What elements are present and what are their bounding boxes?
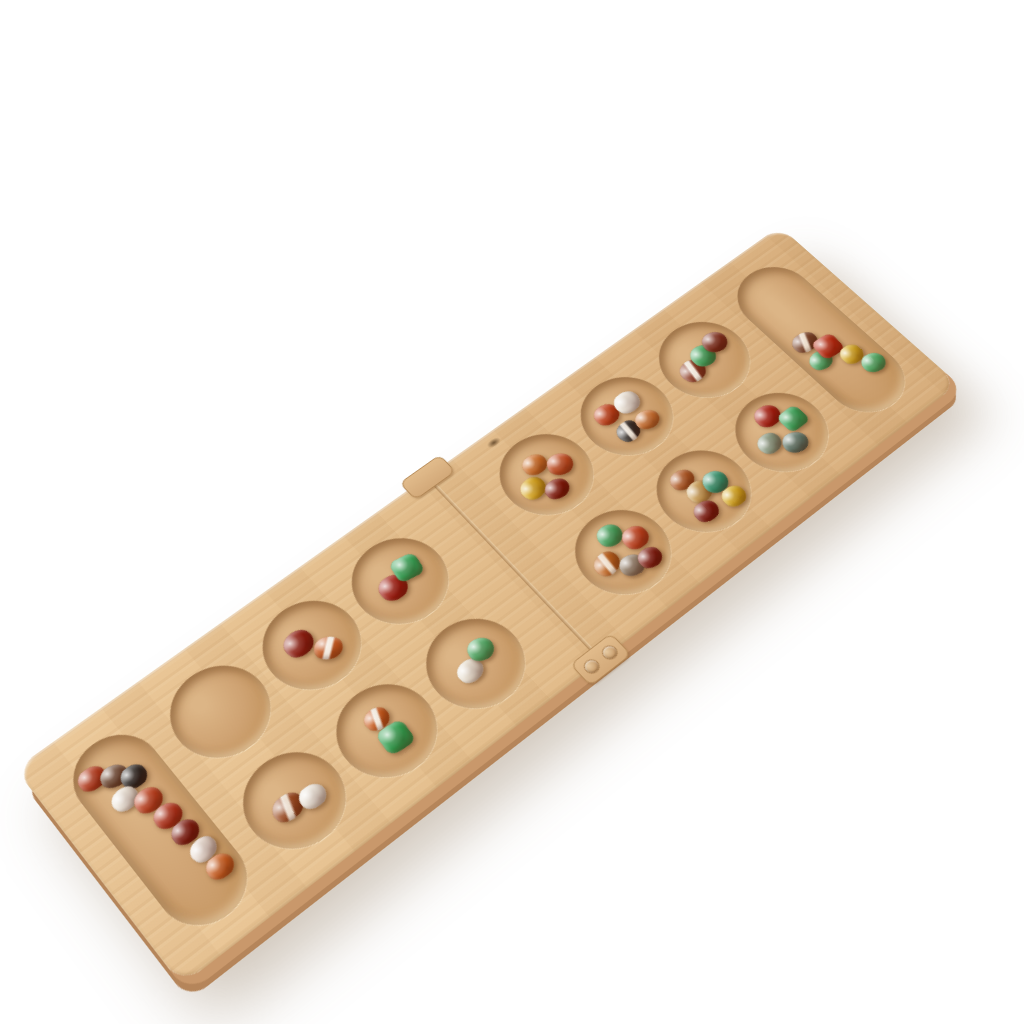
stone (543, 450, 578, 479)
board-perspective-wrap (15, 226, 958, 985)
hinge-peg (600, 644, 619, 661)
stone (778, 428, 813, 456)
hinge-tab-near (570, 633, 632, 686)
stone (277, 625, 319, 663)
stone (312, 634, 346, 663)
mancala-board (15, 226, 958, 985)
hinge-tab-far (399, 455, 456, 501)
hinge-peg (582, 658, 601, 675)
stone (540, 474, 574, 503)
stone (775, 404, 810, 434)
